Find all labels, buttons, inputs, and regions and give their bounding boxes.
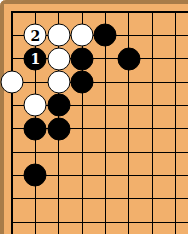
stone-black — [24, 164, 47, 187]
grid-line-vertical — [128, 11, 129, 234]
stone-black — [24, 117, 47, 140]
grid-line-horizontal — [11, 198, 188, 199]
go-board-diagram: 21 — [0, 0, 188, 234]
stone-white — [24, 94, 47, 117]
move-label: 2 — [30, 28, 40, 42]
board-frame-top — [0, 0, 188, 4]
grid-line-vertical — [175, 11, 176, 234]
stone-white — [1, 71, 24, 94]
grid-line-horizontal — [11, 222, 188, 223]
stone-white — [47, 24, 70, 47]
grid-line-vertical — [152, 11, 153, 234]
stone-white: 2 — [24, 24, 47, 47]
grid-line-vertical — [11, 11, 13, 234]
stone-white — [47, 71, 70, 94]
stone-black: 1 — [24, 47, 47, 70]
stone-white — [71, 24, 94, 47]
move-label: 1 — [30, 52, 40, 66]
stone-white — [47, 47, 70, 70]
stone-black — [94, 24, 117, 47]
stone-black — [47, 117, 70, 140]
board-frame-left — [0, 0, 4, 234]
stone-black — [71, 71, 94, 94]
stone-black — [47, 94, 70, 117]
grid-line-horizontal — [11, 11, 188, 13]
grid-line-horizontal — [11, 82, 188, 83]
stone-black — [117, 47, 140, 70]
stone-black — [71, 47, 94, 70]
grid-line-horizontal — [11, 152, 188, 153]
